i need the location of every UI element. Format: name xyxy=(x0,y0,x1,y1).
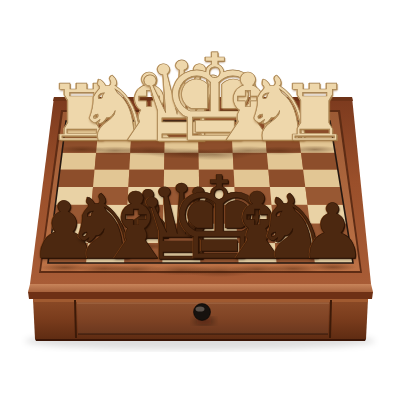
square-c7 xyxy=(130,137,164,153)
square-e8 xyxy=(198,121,232,137)
product-photo-stage: ♜♞♝♛♚♝♞♜♟♞♝♟♛♚♝♞♟ xyxy=(0,0,400,400)
square-d6 xyxy=(164,153,199,170)
square-f3 xyxy=(236,205,274,224)
square-g7 xyxy=(265,137,301,153)
drawer-seam-left xyxy=(75,300,76,338)
square-a7 xyxy=(62,137,98,153)
square-c6 xyxy=(129,153,164,170)
square-g5 xyxy=(268,170,305,187)
square-e1 xyxy=(200,243,238,263)
square-b5 xyxy=(93,170,129,187)
square-e2 xyxy=(200,224,238,243)
chess-board xyxy=(0,0,400,400)
square-d1 xyxy=(162,243,200,263)
square-h5 xyxy=(303,170,341,187)
square-g4 xyxy=(270,187,308,205)
square-a1 xyxy=(48,243,88,263)
square-d7 xyxy=(164,137,198,153)
square-h1 xyxy=(312,243,353,263)
square-c4 xyxy=(127,187,163,205)
square-b2 xyxy=(88,224,126,243)
square-a5 xyxy=(58,170,95,187)
frame-molding-highlight xyxy=(28,284,373,292)
box-front-top-highlight xyxy=(33,299,368,302)
square-g3 xyxy=(272,205,310,224)
square-c5 xyxy=(128,170,164,187)
square-a4 xyxy=(55,187,93,205)
square-h8 xyxy=(297,121,333,137)
square-d3 xyxy=(163,205,200,224)
frame-far-edge xyxy=(53,97,353,101)
square-h7 xyxy=(299,137,335,153)
square-c8 xyxy=(131,121,165,137)
square-d4 xyxy=(163,187,199,205)
square-h6 xyxy=(301,153,338,170)
square-e5 xyxy=(199,170,235,187)
square-g2 xyxy=(273,224,312,243)
square-e7 xyxy=(198,137,232,153)
square-g8 xyxy=(264,121,299,137)
square-g6 xyxy=(267,153,303,170)
frame-molding-shade xyxy=(28,292,373,299)
square-b4 xyxy=(91,187,128,205)
square-f8 xyxy=(231,121,265,137)
square-e4 xyxy=(199,187,235,205)
square-f4 xyxy=(235,187,272,205)
drawer-seam-right xyxy=(330,300,331,338)
square-d8 xyxy=(165,121,199,137)
square-b6 xyxy=(95,153,131,170)
square-f2 xyxy=(237,224,275,243)
square-a8 xyxy=(64,121,99,137)
square-g1 xyxy=(275,243,315,263)
square-a2 xyxy=(51,224,90,243)
square-f1 xyxy=(238,243,277,263)
square-c2 xyxy=(125,224,163,243)
square-a6 xyxy=(60,153,96,170)
square-b1 xyxy=(86,243,125,263)
knob-highlight xyxy=(196,306,205,311)
square-d5 xyxy=(164,170,199,187)
square-f5 xyxy=(234,170,270,187)
square-e6 xyxy=(199,153,234,170)
square-h4 xyxy=(305,187,343,205)
square-f7 xyxy=(232,137,267,153)
square-f6 xyxy=(233,153,269,170)
square-h2 xyxy=(310,224,350,243)
square-b7 xyxy=(96,137,131,153)
square-c3 xyxy=(126,205,163,224)
square-b8 xyxy=(98,121,132,137)
square-b3 xyxy=(90,205,128,224)
square-h3 xyxy=(308,205,347,224)
square-a3 xyxy=(53,205,91,224)
square-e3 xyxy=(199,205,236,224)
box-bottom-edge xyxy=(35,339,366,341)
square-c1 xyxy=(124,243,162,263)
square-d2 xyxy=(163,224,200,243)
